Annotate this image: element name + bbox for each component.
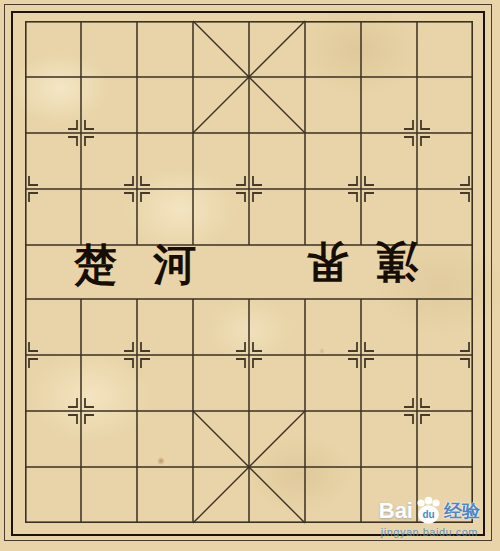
- baidu-paw-icon: du: [415, 496, 442, 525]
- watermark-jingyan-text: 经验: [444, 499, 480, 523]
- watermark-url: jingyan.baidu.com: [379, 526, 480, 538]
- river-text-han-jie: 漢界: [300, 236, 418, 288]
- watermark-bai-text: Bai: [379, 498, 413, 524]
- baidu-jingyan-watermark: Bai du 经验 jingyan.baidu.com: [379, 496, 480, 538]
- river-text-chu-he: 楚河: [74, 238, 232, 290]
- xiangqi-board: 楚河 漢界 Bai du 经验 jingyan.baidu.com: [0, 0, 500, 551]
- watermark-du-text: du: [415, 509, 442, 521]
